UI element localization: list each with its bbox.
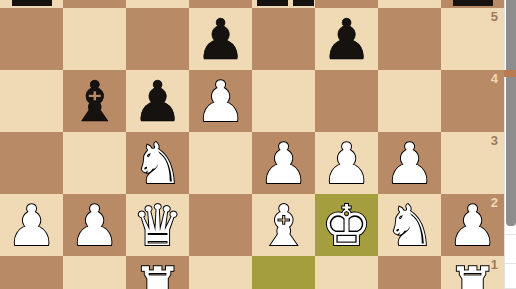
square-a2[interactable]: ♟ xyxy=(0,194,63,256)
piece-black-pawn[interactable]: ♟ xyxy=(321,12,371,68)
square-h1[interactable]: 1♜ xyxy=(441,256,504,289)
piece-white-pawn[interactable]: ♟ xyxy=(321,136,371,192)
piece-white-pawn[interactable]: ♟ xyxy=(258,136,308,192)
piece-white-rook[interactable]: ♜ xyxy=(132,260,182,289)
square-g4[interactable] xyxy=(378,70,441,132)
square-e5[interactable] xyxy=(252,8,315,70)
piece-white-bishop[interactable]: ♝ xyxy=(258,198,308,254)
cropped-piece-black-bishop-e6 xyxy=(257,0,288,6)
square-g2[interactable]: ♞ xyxy=(378,194,441,256)
square-a1[interactable] xyxy=(0,256,63,289)
square-f3[interactable]: ♟ xyxy=(315,132,378,194)
rank-label-4: 4 xyxy=(491,72,498,85)
square-h3[interactable]: 3 xyxy=(441,132,504,194)
square-e3[interactable]: ♟ xyxy=(252,132,315,194)
square-d3[interactable] xyxy=(189,132,252,194)
piece-white-king[interactable]: ♚ xyxy=(321,198,371,254)
square-d5[interactable]: ♟ xyxy=(189,8,252,70)
piece-white-pawn[interactable]: ♟ xyxy=(69,198,119,254)
square-g5[interactable] xyxy=(378,8,441,70)
square-e4[interactable] xyxy=(252,70,315,132)
square-a3[interactable] xyxy=(0,132,63,194)
move-list-scrollbar-thumb[interactable] xyxy=(506,0,516,226)
piece-white-pawn[interactable]: ♟ xyxy=(6,198,56,254)
square-f4[interactable] xyxy=(315,70,378,132)
square-d4[interactable]: ♟ xyxy=(189,70,252,132)
piece-white-queen[interactable]: ♛ xyxy=(132,198,182,254)
square-d2[interactable] xyxy=(189,194,252,256)
piece-white-pawn[interactable]: ♟ xyxy=(384,136,434,192)
square-e1[interactable] xyxy=(252,256,315,289)
piece-white-pawn[interactable]: ♟ xyxy=(447,198,497,254)
chess-board: ♟♟5♝♟♟4♞♟♟♟3♟♟♛♝♚♞2♟♜1♜ xyxy=(0,0,504,289)
cropped-piece-black-pawn-a6 xyxy=(12,0,52,6)
chess-analysis-screen: ♟♟5♝♟♟4♞♟♟♟3♟♟♛♝♚♞2♟♜1♜ xyxy=(0,0,516,289)
square-b1[interactable] xyxy=(63,256,126,289)
square-e2[interactable]: ♝ xyxy=(252,194,315,256)
square-d1[interactable] xyxy=(189,256,252,289)
square-h5[interactable]: 5 xyxy=(441,8,504,70)
rank-label-5: 5 xyxy=(491,10,498,23)
move-list-separator xyxy=(504,263,516,264)
square-f2[interactable]: ♚ xyxy=(315,194,378,256)
square-h2[interactable]: 2♟ xyxy=(441,194,504,256)
cropped-piece-black-pawn-h6 xyxy=(453,0,493,6)
square-b6[interactable] xyxy=(63,0,126,8)
piece-black-bishop[interactable]: ♝ xyxy=(69,74,119,130)
square-b3[interactable] xyxy=(63,132,126,194)
square-c1[interactable]: ♜ xyxy=(126,256,189,289)
square-a4[interactable] xyxy=(0,70,63,132)
square-c6[interactable] xyxy=(126,0,189,8)
square-b5[interactable] xyxy=(63,8,126,70)
piece-white-rook[interactable]: ♜ xyxy=(447,260,497,289)
square-f5[interactable]: ♟ xyxy=(315,8,378,70)
square-f1[interactable] xyxy=(315,256,378,289)
square-g3[interactable]: ♟ xyxy=(378,132,441,194)
piece-black-pawn[interactable]: ♟ xyxy=(132,74,182,130)
square-c4[interactable]: ♟ xyxy=(126,70,189,132)
piece-white-knight[interactable]: ♞ xyxy=(132,136,182,192)
square-c2[interactable]: ♛ xyxy=(126,194,189,256)
square-b4[interactable]: ♝ xyxy=(63,70,126,132)
square-a5[interactable] xyxy=(0,8,63,70)
move-list-separator xyxy=(504,234,516,235)
square-b2[interactable]: ♟ xyxy=(63,194,126,256)
cropped-piece-black-bishop-e6 xyxy=(293,0,314,6)
rank-label-3: 3 xyxy=(491,134,498,147)
square-h4[interactable]: 4 xyxy=(441,70,504,132)
piece-white-pawn[interactable]: ♟ xyxy=(195,74,245,130)
move-list-scroll-marker xyxy=(504,70,516,77)
square-g6[interactable] xyxy=(378,0,441,8)
square-g1[interactable] xyxy=(378,256,441,289)
square-c3[interactable]: ♞ xyxy=(126,132,189,194)
piece-black-pawn[interactable]: ♟ xyxy=(195,12,245,68)
piece-white-knight[interactable]: ♞ xyxy=(384,198,434,254)
square-c5[interactable] xyxy=(126,8,189,70)
